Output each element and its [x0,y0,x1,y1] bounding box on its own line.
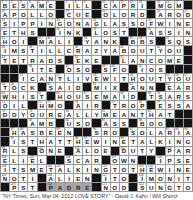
grid-cell[interactable]: A [111,46,120,55]
grid-cell[interactable]: 77E [156,101,165,110]
grid-cell[interactable]: R [74,183,83,192]
grid-cell[interactable]: G [184,137,193,146]
grid-cell[interactable]: O [120,174,129,183]
grid-cell[interactable]: I [166,165,175,174]
grid-cell[interactable]: A [38,74,47,83]
grid-cell[interactable]: 66H [56,92,65,101]
grid-cell[interactable]: S [19,46,28,55]
grid-cell[interactable]: C [28,74,37,83]
grid-cell[interactable]: N [129,156,138,165]
grid-cell[interactable]: M [28,165,37,174]
grid-cell[interactable]: Q [175,37,184,46]
grid-cell[interactable]: O [10,110,19,119]
grid-cell[interactable]: E [56,147,65,156]
grid-cell[interactable]: D [138,10,147,19]
grid-cell[interactable]: I [10,101,19,110]
grid-cell[interactable]: L [83,147,92,156]
grid-cell[interactable]: T [166,110,175,119]
grid-cell[interactable]: 57U [184,74,193,83]
grid-cell[interactable]: O [19,10,28,19]
grid-cell[interactable]: O [156,56,165,65]
grid-cell[interactable]: 68I [120,92,129,101]
grid-cell[interactable]: A [138,137,147,146]
grid-cell[interactable]: 94A [184,128,193,137]
grid-cell[interactable]: 6E [47,1,56,10]
grid-cell[interactable]: 42Y [156,46,165,55]
grid-cell[interactable]: 56O [175,74,184,83]
grid-cell[interactable]: 100O [38,147,47,156]
grid-cell[interactable]: 105E [28,156,37,165]
grid-cell[interactable]: O [129,101,138,110]
grid-cell[interactable]: 36B [138,37,147,46]
grid-cell[interactable]: N [102,37,111,46]
grid-cell[interactable]: T [28,137,37,146]
grid-cell[interactable]: T [65,137,74,146]
grid-cell[interactable]: 52T [56,74,65,83]
grid-cell[interactable]: 108I [156,156,165,165]
grid-cell[interactable]: Y [92,110,101,119]
grid-cell[interactable]: H [10,92,19,101]
grid-cell[interactable]: O [56,101,65,110]
grid-cell[interactable]: O [184,183,193,192]
grid-cell[interactable]: 12P [120,1,129,10]
grid-cell[interactable]: T [129,165,138,174]
grid-cell[interactable]: O [83,65,92,74]
grid-cell[interactable]: D [65,183,74,192]
grid-cell[interactable]: U [74,10,83,19]
grid-cell[interactable]: I [28,174,37,183]
grid-cell[interactable]: A [92,37,101,46]
grid-cell[interactable]: T [156,74,165,83]
grid-cell[interactable]: N [83,174,92,183]
grid-cell[interactable]: 86B [138,119,147,128]
grid-cell[interactable]: S [19,183,28,192]
grid-cell[interactable]: 9L [83,1,92,10]
grid-cell[interactable]: A [184,101,193,110]
grid-cell[interactable]: C [147,56,156,65]
grid-cell[interactable]: W [92,137,101,146]
grid-cell[interactable]: L [56,174,65,183]
grid-cell[interactable]: L [56,37,65,46]
grid-cell[interactable]: S [120,119,129,128]
grid-cell[interactable]: E [83,10,92,19]
grid-cell[interactable]: D [47,56,56,65]
grid-cell[interactable]: 74A [74,101,83,110]
grid-cell[interactable]: I [19,156,28,165]
grid-cell[interactable]: V [83,74,92,83]
grid-cell[interactable]: O [65,92,74,101]
grid-cell[interactable]: 102D [120,147,129,156]
grid-cell[interactable]: S [111,119,120,128]
grid-cell[interactable]: K [74,28,83,37]
grid-cell[interactable]: 73M [47,101,56,110]
grid-cell[interactable]: I [83,165,92,174]
grid-cell[interactable]: N [111,137,120,146]
grid-cell[interactable]: 114E [147,165,156,174]
grid-cell[interactable]: I [166,19,175,28]
grid-cell[interactable]: U [38,110,47,119]
grid-cell[interactable]: O [147,119,156,128]
grid-cell[interactable]: R [120,101,129,110]
grid-cell[interactable]: I [65,37,74,46]
grid-cell[interactable]: I [175,174,184,183]
grid-cell[interactable]: 69T [147,92,156,101]
grid-cell[interactable]: 48S [102,65,111,74]
grid-cell[interactable]: 111A [56,165,65,174]
grid-cell[interactable]: L [111,10,120,19]
grid-cell[interactable]: R [175,92,184,101]
grid-cell[interactable]: S [147,37,156,46]
grid-cell[interactable]: M [10,46,19,55]
grid-cell[interactable]: 72H [38,101,47,110]
grid-cell[interactable]: 119P [10,183,19,192]
grid-cell[interactable]: W [102,74,111,83]
grid-cell[interactable]: N [175,165,184,174]
grid-cell[interactable]: E [74,174,83,183]
grid-cell[interactable]: O [156,119,165,128]
grid-cell[interactable]: L [147,137,156,146]
grid-cell[interactable]: T [138,147,147,156]
grid-cell[interactable]: E [38,165,47,174]
grid-cell[interactable]: 62A [129,83,138,92]
grid-cell[interactable]: K [83,56,92,65]
grid-cell[interactable]: O [102,28,111,37]
grid-cell[interactable]: 76P [138,101,147,110]
grid-cell[interactable]: S [28,128,37,137]
grid-cell[interactable]: R [92,156,101,165]
grid-cell[interactable]: D [129,92,138,101]
grid-cell[interactable]: I [38,46,47,55]
grid-cell[interactable]: 61M [92,83,101,92]
grid-cell[interactable]: N [74,19,83,28]
grid-cell[interactable]: E [184,19,193,28]
grid-cell[interactable]: A [156,110,165,119]
grid-cell[interactable]: A [120,110,129,119]
grid-cell[interactable]: 43T [1,56,10,65]
grid-cell[interactable]: T [120,74,129,83]
grid-cell[interactable]: 4A [28,1,37,10]
grid-cell[interactable]: O [111,183,120,192]
grid-cell[interactable]: A [83,156,92,165]
grid-cell[interactable]: 14I [138,1,147,10]
grid-cell[interactable]: N [92,165,101,174]
grid-cell[interactable]: I [83,101,92,110]
grid-cell[interactable]: 8L [74,1,83,10]
grid-cell[interactable]: 95I [10,137,19,146]
grid-cell[interactable]: Y [19,110,28,119]
grid-cell[interactable]: I [19,37,28,46]
grid-cell[interactable]: 17M [175,1,184,10]
grid-cell[interactable]: G [166,183,175,192]
grid-cell[interactable]: 59O [10,83,19,92]
grid-cell[interactable]: M [166,56,175,65]
grid-cell[interactable]: E [111,110,120,119]
grid-cell[interactable]: 16G [166,1,175,10]
grid-cell[interactable]: E [175,56,184,65]
grid-cell[interactable]: O [92,147,101,156]
grid-cell[interactable]: L [74,110,83,119]
grid-cell[interactable]: 30A [147,28,156,37]
grid-cell[interactable]: S [111,28,120,37]
grid-cell[interactable]: I [102,83,111,92]
grid-cell[interactable]: U [147,183,156,192]
grid-cell[interactable]: W [156,165,165,174]
grid-cell[interactable]: M [38,119,47,128]
grid-cell[interactable]: E [184,165,193,174]
grid-cell[interactable]: 13R [129,1,138,10]
grid-cell[interactable]: 60S [47,83,56,92]
grid-cell[interactable]: O [175,10,184,19]
grid-cell[interactable]: A [166,92,175,101]
grid-cell[interactable]: I [38,19,47,28]
grid-cell[interactable]: 19C [65,10,74,19]
grid-cell[interactable]: L [10,156,19,165]
grid-cell[interactable]: 92R [166,128,175,137]
grid-cell[interactable]: L [19,101,28,110]
grid-cell[interactable]: O [138,19,147,28]
grid-cell[interactable]: 45L [120,56,129,65]
grid-cell[interactable]: L [102,19,111,28]
grid-cell[interactable]: K [111,37,120,46]
grid-cell[interactable]: S [19,137,28,146]
grid-cell[interactable]: L [28,10,37,19]
grid-cell[interactable]: O [120,165,129,174]
grid-cell[interactable]: S [156,65,165,74]
grid-cell[interactable]: B [47,119,56,128]
grid-cell[interactable]: N [175,19,184,28]
grid-cell[interactable]: L [38,10,47,19]
grid-cell[interactable]: O [47,10,56,19]
grid-cell[interactable]: N [184,28,193,37]
grid-cell[interactable]: U [138,46,147,55]
grid-cell[interactable]: P [10,10,19,19]
grid-cell[interactable]: O [138,128,147,137]
grid-cell[interactable]: P [28,19,37,28]
grid-cell[interactable]: L [147,128,156,137]
grid-cell[interactable]: Z [92,46,101,55]
grid-cell[interactable]: E [10,56,19,65]
grid-cell[interactable]: 97E [83,137,92,146]
grid-cell[interactable]: C [65,46,74,55]
grid-cell[interactable]: I [175,28,184,37]
grid-cell[interactable]: A [175,83,184,92]
grid-cell[interactable]: T [129,137,138,146]
grid-cell[interactable]: 84U [65,119,74,128]
grid-cell[interactable]: K [156,137,165,146]
grid-cell[interactable]: K [74,165,83,174]
grid-cell[interactable]: E [92,56,101,65]
grid-cell[interactable]: N [166,174,175,183]
grid-cell[interactable]: I [111,74,120,83]
grid-cell[interactable]: L [10,147,19,156]
grid-cell[interactable]: E [92,92,101,101]
grid-cell[interactable]: O [147,65,156,74]
grid-cell[interactable]: S [156,28,165,37]
grid-cell[interactable]: 107O [111,156,120,165]
grid-cell[interactable]: T [184,174,193,183]
grid-cell[interactable]: 82H [147,110,156,119]
grid-cell[interactable]: 90S [92,128,101,137]
grid-cell[interactable]: T [56,137,65,146]
grid-cell[interactable]: 83A [28,119,37,128]
grid-cell[interactable]: 93I [175,128,184,137]
grid-cell[interactable]: L [38,156,47,165]
grid-cell[interactable]: 67S [83,92,92,101]
grid-cell[interactable]: S [184,37,193,46]
grid-cell[interactable]: D [74,83,83,92]
grid-cell[interactable]: I [74,74,83,83]
grid-cell[interactable]: T [28,183,37,192]
grid-cell[interactable]: 121N [102,183,111,192]
grid-cell[interactable]: B [38,128,47,137]
grid-cell[interactable]: 34Y [83,37,92,46]
grid-cell[interactable]: N [65,128,74,137]
grid-cell[interactable]: I [65,174,74,183]
grid-cell[interactable]: 46I [28,65,37,74]
grid-cell[interactable]: L [65,165,74,174]
grid-cell[interactable]: D [120,183,129,192]
grid-cell[interactable]: 63E [166,83,175,92]
grid-cell[interactable]: N [175,137,184,146]
grid-cell[interactable]: 106S [65,156,74,165]
grid-cell[interactable]: 35B [129,37,138,46]
grid-cell[interactable]: A [83,46,92,55]
grid-cell[interactable]: A [111,19,120,28]
grid-cell[interactable]: 5M [38,1,47,10]
grid-cell[interactable]: L [47,46,56,55]
grid-cell[interactable]: 78D [1,110,10,119]
grid-cell[interactable]: L [65,74,74,83]
grid-cell[interactable]: I [65,83,74,92]
grid-cell[interactable]: R [166,10,175,19]
grid-cell[interactable]: X [111,83,120,92]
grid-cell[interactable]: A [47,137,56,146]
grid-cell[interactable]: E [47,128,56,137]
grid-cell[interactable]: P [19,19,28,28]
grid-cell[interactable]: O [120,10,129,19]
grid-cell[interactable]: K [28,83,37,92]
grid-cell[interactable]: 101A [74,147,83,156]
grid-cell[interactable]: R [184,147,193,156]
grid-cell[interactable]: T [19,56,28,65]
grid-cell[interactable]: 91S [129,128,138,137]
grid-cell[interactable]: P [166,156,175,165]
grid-cell[interactable]: C [19,83,28,92]
grid-cell[interactable]: O [129,46,138,55]
grid-cell[interactable]: N [129,110,138,119]
grid-cell[interactable]: H [19,28,28,37]
grid-cell[interactable]: S [74,119,83,128]
grid-cell[interactable]: O [65,19,74,28]
grid-cell[interactable]: M [147,174,156,183]
grid-cell[interactable]: S [28,92,37,101]
grid-cell[interactable]: Y [102,46,111,55]
grid-cell[interactable]: 3S [19,1,28,10]
grid-cell[interactable]: E [83,183,92,192]
grid-cell[interactable]: N [47,19,56,28]
grid-cell[interactable]: 85A [102,119,111,128]
grid-cell[interactable]: O [10,37,19,46]
grid-cell[interactable]: 50I [138,65,147,74]
grid-cell[interactable]: W [120,156,129,165]
grid-cell[interactable]: S [120,19,129,28]
grid-cell[interactable]: S [175,156,184,165]
grid-cell[interactable]: O [120,65,129,74]
grid-cell[interactable]: 2E [10,1,19,10]
grid-cell[interactable]: 20O [102,10,111,19]
grid-cell[interactable]: I [102,137,111,146]
grid-cell[interactable]: 11A [111,1,120,10]
grid-cell[interactable]: 103P [166,147,175,156]
grid-cell[interactable]: S [56,56,65,65]
grid-cell[interactable]: 32M [38,37,47,46]
grid-cell[interactable]: 122S [138,183,147,192]
grid-cell[interactable]: I [10,19,19,28]
grid-cell[interactable]: A [38,56,47,65]
grid-cell[interactable]: O [138,74,147,83]
grid-cell[interactable]: U [129,147,138,156]
grid-cell[interactable]: W [156,19,165,28]
grid-cell[interactable]: T [19,174,28,183]
grid-cell[interactable]: S [184,92,193,101]
grid-cell[interactable]: A [56,183,65,192]
grid-cell[interactable]: S [28,28,37,37]
grid-cell[interactable]: S [175,101,184,110]
grid-cell[interactable]: T [10,165,19,174]
grid-cell[interactable]: 47O [65,65,74,74]
grid-cell[interactable]: 51I [19,74,28,83]
grid-cell[interactable]: O [83,119,92,128]
grid-cell[interactable]: 39T [28,46,37,55]
grid-cell[interactable]: E [47,65,56,74]
grid-cell[interactable]: O [166,46,175,55]
grid-cell[interactable]: A [175,147,184,156]
grid-cell[interactable]: M [102,92,111,101]
grid-cell[interactable]: C [74,156,83,165]
grid-cell[interactable]: R [184,83,193,92]
grid-cell[interactable]: 75T [111,101,120,110]
grid-cell[interactable]: A [83,19,92,28]
grid-cell[interactable]: R [92,101,101,110]
grid-cell[interactable]: 37S [166,37,175,46]
grid-cell[interactable]: R [129,10,138,19]
grid-cell[interactable]: S [129,19,138,28]
grid-cell[interactable]: T [111,165,120,174]
grid-cell[interactable]: A [129,56,138,65]
grid-cell[interactable]: 44E [74,56,83,65]
grid-cell[interactable]: R [102,128,111,137]
grid-cell[interactable]: L [56,46,65,55]
grid-cell[interactable]: E [56,110,65,119]
grid-cell[interactable]: N [47,147,56,156]
grid-cell[interactable]: N [65,28,74,37]
grid-cell[interactable]: 88A [19,128,28,137]
grid-cell[interactable]: T [175,183,184,192]
grid-cell[interactable]: U [175,46,184,55]
grid-cell[interactable]: 28I [56,28,65,37]
grid-cell[interactable]: 49F [111,65,120,74]
grid-cell[interactable]: S [19,165,28,174]
grid-cell[interactable]: S [19,147,28,156]
grid-cell[interactable]: T [111,174,120,183]
grid-cell[interactable]: Y [147,147,156,156]
grid-cell[interactable]: 120P [47,183,56,192]
grid-cell[interactable]: R [47,110,56,119]
grid-cell[interactable]: 115N [1,174,10,183]
grid-cell[interactable]: L [83,110,92,119]
grid-cell[interactable]: E [184,156,193,165]
grid-cell[interactable]: T [38,65,47,74]
